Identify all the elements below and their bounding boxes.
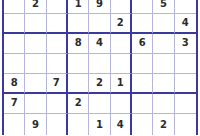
cell-r3c8[interactable] <box>153 14 174 34</box>
cell-r5c7[interactable] <box>132 54 153 74</box>
cell-r7c1[interactable]: 7 <box>4 94 25 114</box>
cell-r6c6[interactable]: 1 <box>111 74 132 94</box>
cell-r7c9[interactable] <box>175 94 196 114</box>
cell-r5c5[interactable] <box>89 54 110 74</box>
cell-r5c9[interactable] <box>175 54 196 74</box>
cell-r6c9[interactable] <box>175 74 196 94</box>
cell-r7c8[interactable] <box>153 94 174 114</box>
cell-r2c1[interactable] <box>4 0 25 14</box>
cell-r5c8[interactable] <box>153 54 174 74</box>
cell-r3c9[interactable]: 4 <box>175 14 196 34</box>
cell-r4c7[interactable]: 6 <box>132 34 153 54</box>
cell-r2c3[interactable] <box>47 0 68 14</box>
cell-r2c2[interactable]: 2 <box>25 0 46 14</box>
cell-r7c5[interactable] <box>89 94 110 114</box>
cell-r6c8[interactable] <box>153 74 174 94</box>
cell-r8c1[interactable] <box>4 114 25 136</box>
cell-r8c4[interactable] <box>68 114 89 136</box>
cell-r4c1[interactable] <box>4 34 25 54</box>
cell-r8c6[interactable]: 4 <box>111 114 132 136</box>
cell-r7c3[interactable] <box>47 94 68 114</box>
cell-r7c2[interactable] <box>25 94 46 114</box>
cell-r5c1[interactable] <box>4 54 25 74</box>
cell-r4c2[interactable] <box>25 34 46 54</box>
cell-r6c4[interactable] <box>68 74 89 94</box>
cell-r2c5[interactable]: 9 <box>89 0 110 14</box>
cell-r8c7[interactable] <box>132 114 153 136</box>
cell-r6c7[interactable] <box>132 74 153 94</box>
cell-r5c6[interactable] <box>111 54 132 74</box>
cell-r3c3[interactable] <box>47 14 68 34</box>
cell-r4c4[interactable]: 8 <box>68 34 89 54</box>
cell-r8c5[interactable]: 1 <box>89 114 110 136</box>
cell-r8c8[interactable]: 2 <box>153 114 174 136</box>
cell-r3c7[interactable] <box>132 14 153 34</box>
cell-r2c8[interactable]: 5 <box>153 0 174 14</box>
cell-r8c3[interactable] <box>47 114 68 136</box>
cell-r8c9[interactable] <box>175 114 196 136</box>
cell-r3c1[interactable] <box>4 14 25 34</box>
cell-r4c3[interactable] <box>47 34 68 54</box>
cell-r4c6[interactable] <box>111 34 132 54</box>
sudoku-board: 21952484638721729142 <box>2 0 198 135</box>
cell-r6c1[interactable]: 8 <box>4 74 25 94</box>
cell-r5c4[interactable] <box>68 54 89 74</box>
cell-r4c8[interactable] <box>153 34 174 54</box>
cell-r3c2[interactable] <box>25 14 46 34</box>
cell-r6c3[interactable]: 7 <box>47 74 68 94</box>
cell-r7c7[interactable] <box>132 94 153 114</box>
cell-r6c5[interactable]: 2 <box>89 74 110 94</box>
cell-r2c7[interactable] <box>132 0 153 14</box>
cell-r6c2[interactable] <box>25 74 46 94</box>
cell-r4c9[interactable]: 3 <box>175 34 196 54</box>
cell-r4c5[interactable]: 4 <box>89 34 110 54</box>
sudoku-screenshot: 21952484638721729142 <box>0 0 200 135</box>
cell-r2c6[interactable] <box>111 0 132 14</box>
cell-r3c6[interactable]: 2 <box>111 14 132 34</box>
cell-r7c6[interactable] <box>111 94 132 114</box>
cell-r3c4[interactable] <box>68 14 89 34</box>
cell-r2c4[interactable]: 1 <box>68 0 89 14</box>
cell-r7c4[interactable]: 2 <box>68 94 89 114</box>
cell-r5c2[interactable] <box>25 54 46 74</box>
cell-r5c3[interactable] <box>47 54 68 74</box>
cell-r3c5[interactable] <box>89 14 110 34</box>
cell-r8c2[interactable]: 9 <box>25 114 46 136</box>
cell-r2c9[interactable] <box>175 0 196 14</box>
